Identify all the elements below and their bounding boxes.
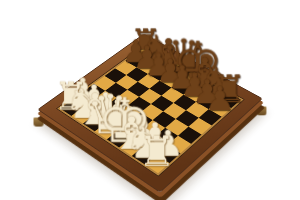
- chess-board-squares: [60, 47, 241, 174]
- chess-board-case: ♜♞♝♛♚♝♞♜♟♟♟♟♟♟♟♟♟♟♟♟♟♟♟♟♜♞♝♛♚♝♞♜: [37, 34, 263, 193]
- board-foot-left: [34, 118, 44, 127]
- board-foot-right: [257, 107, 267, 116]
- scene: ♜♞♝♛♚♝♞♜♟♟♟♟♟♟♟♟♟♟♟♟♟♟♟♟♜♞♝♛♚♝♞♜: [0, 0, 300, 200]
- product-photo: ♜♞♝♛♚♝♞♜♟♟♟♟♟♟♟♟♟♟♟♟♟♟♟♟♜♞♝♛♚♝♞♜: [0, 0, 300, 200]
